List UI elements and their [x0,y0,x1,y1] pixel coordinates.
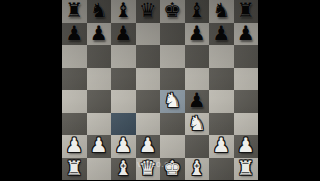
square-d2[interactable]: ♟ [136,135,161,158]
square-a5[interactable] [62,68,87,91]
square-d8[interactable]: ♛ [136,0,161,23]
square-g7[interactable]: ♟ [209,23,234,46]
square-d1[interactable]: ♛ [136,158,161,181]
square-e5[interactable] [160,68,185,91]
square-a6[interactable] [62,45,87,68]
square-b1[interactable] [87,158,112,181]
square-h5[interactable] [234,68,259,91]
white-pawn-a2[interactable]: ♟ [65,135,83,155]
white-knight-f3[interactable]: ♞ [188,113,206,133]
black-queen-d8[interactable]: ♛ [139,0,157,20]
square-g6[interactable] [209,45,234,68]
black-pawn-a7[interactable]: ♟ [65,23,83,43]
square-f6[interactable] [185,45,210,68]
square-c3[interactable] [111,113,136,136]
square-b2[interactable]: ♟ [87,135,112,158]
square-d6[interactable] [136,45,161,68]
white-pawn-b2[interactable]: ♟ [90,135,108,155]
black-rook-a8[interactable]: ♜ [65,0,83,20]
black-rook-h8[interactable]: ♜ [237,0,255,20]
square-h4[interactable] [234,90,259,113]
black-pawn-f7[interactable]: ♟ [188,23,206,43]
letterbox-right [258,0,320,180]
square-d5[interactable] [136,68,161,91]
white-bishop-c1[interactable]: ♝ [114,158,132,178]
square-e3[interactable] [160,113,185,136]
black-knight-b8[interactable]: ♞ [90,0,108,20]
square-a4[interactable] [62,90,87,113]
square-e8[interactable]: ♚ [160,0,185,23]
square-b4[interactable] [87,90,112,113]
square-b7[interactable]: ♟ [87,23,112,46]
letterbox-left [0,0,62,180]
square-g5[interactable] [209,68,234,91]
square-g8[interactable]: ♞ [209,0,234,23]
black-pawn-h7[interactable]: ♟ [237,23,255,43]
square-h3[interactable] [234,113,259,136]
black-king-e8[interactable]: ♚ [163,0,181,20]
white-pawn-g2[interactable]: ♟ [212,135,230,155]
square-f1[interactable]: ♝ [185,158,210,181]
black-pawn-b7[interactable]: ♟ [90,23,108,43]
square-g4[interactable] [209,90,234,113]
square-a3[interactable] [62,113,87,136]
square-d7[interactable] [136,23,161,46]
square-h6[interactable] [234,45,259,68]
square-d4[interactable] [136,90,161,113]
square-c2[interactable]: ♟ [111,135,136,158]
square-c4[interactable] [111,90,136,113]
square-e1[interactable]: ♚ [160,158,185,181]
square-b5[interactable] [87,68,112,91]
white-bishop-f1[interactable]: ♝ [188,158,206,178]
white-king-e1[interactable]: ♚ [163,158,181,178]
black-pawn-c7[interactable]: ♟ [114,23,132,43]
square-g2[interactable]: ♟ [209,135,234,158]
square-h8[interactable]: ♜ [234,0,259,23]
black-pawn-f4[interactable]: ♟ [188,90,206,110]
square-g3[interactable] [209,113,234,136]
square-f7[interactable]: ♟ [185,23,210,46]
white-pawn-d2[interactable]: ♟ [139,135,157,155]
square-d3[interactable] [136,113,161,136]
white-rook-a1[interactable]: ♜ [65,158,83,178]
square-h2[interactable]: ♟ [234,135,259,158]
square-e7[interactable] [160,23,185,46]
square-e4[interactable]: ♞ [160,90,185,113]
square-f3[interactable]: ♞ [185,113,210,136]
square-b6[interactable] [87,45,112,68]
video-frame: ♜♞♝♛♚♝♞♜♟♟♟♟♟♟♞♟♞♟♟♟♟♟♟♜♝♛♚♝♜ video.co [0,0,320,180]
white-knight-e4[interactable]: ♞ [163,90,181,110]
square-e6[interactable] [160,45,185,68]
black-bishop-f8[interactable]: ♝ [188,0,206,20]
square-b8[interactable]: ♞ [87,0,112,23]
square-h7[interactable]: ♟ [234,23,259,46]
square-g1[interactable] [209,158,234,181]
square-a7[interactable]: ♟ [62,23,87,46]
square-a2[interactable]: ♟ [62,135,87,158]
black-bishop-c8[interactable]: ♝ [114,0,132,20]
square-f5[interactable] [185,68,210,91]
square-c5[interactable] [111,68,136,91]
square-b3[interactable] [87,113,112,136]
white-pawn-h2[interactable]: ♟ [237,135,255,155]
square-c7[interactable]: ♟ [111,23,136,46]
square-a1[interactable]: ♜ [62,158,87,181]
square-f8[interactable]: ♝ [185,0,210,23]
square-a8[interactable]: ♜ [62,0,87,23]
white-pawn-c2[interactable]: ♟ [114,135,132,155]
black-pawn-g7[interactable]: ♟ [212,23,230,43]
white-queen-d1[interactable]: ♛ [139,158,157,178]
square-c8[interactable]: ♝ [111,0,136,23]
white-rook-h1[interactable]: ♜ [237,158,255,178]
square-f4[interactable]: ♟ [185,90,210,113]
square-e2[interactable] [160,135,185,158]
square-c6[interactable] [111,45,136,68]
square-f2[interactable] [185,135,210,158]
square-c1[interactable]: ♝ [111,158,136,181]
square-h1[interactable]: ♜ [234,158,259,181]
chess-board: ♜♞♝♛♚♝♞♜♟♟♟♟♟♟♞♟♞♟♟♟♟♟♟♜♝♛♚♝♜ [62,0,258,180]
black-knight-g8[interactable]: ♞ [212,0,230,20]
